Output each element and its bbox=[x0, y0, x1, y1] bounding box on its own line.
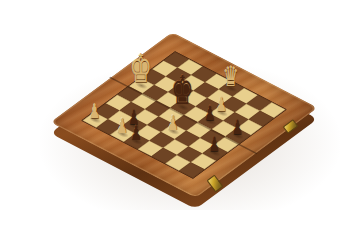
white-pawn-glyph: ♟ bbox=[89, 102, 100, 120]
white-king-glyph: ♚ bbox=[129, 50, 151, 86]
white-pawn-glyph: ♟ bbox=[167, 114, 178, 132]
black-king-glyph: ♚ bbox=[171, 72, 193, 108]
white-pawn-glyph: ♟ bbox=[116, 117, 127, 135]
black-pawn-glyph: ♟ bbox=[204, 104, 215, 122]
black-pawn-glyph: ♟ bbox=[208, 136, 219, 154]
white-queen-glyph: ♛ bbox=[223, 64, 239, 89]
white-pawn-glyph: ♟ bbox=[216, 96, 227, 114]
black-pawn-glyph: ♟ bbox=[130, 124, 141, 142]
black-pawn-glyph: ♟ bbox=[232, 119, 243, 137]
chess-set-photo: ♛♟♚♚♟♟♟♟♟♟♟♟ bbox=[0, 0, 360, 240]
